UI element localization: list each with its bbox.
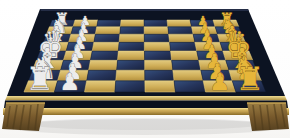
square xyxy=(145,81,176,92)
chess-piece-black-p: ♟ xyxy=(210,68,231,96)
square xyxy=(144,42,170,51)
square xyxy=(90,51,118,60)
board-shadow-inner xyxy=(25,118,265,130)
chess-set-photo: ♜♟♟♜♞♟♟♞♝♟♟♝♛♟♟♛♚♟♟♚♝♟♟♝♞♟♟♞♜♟♟♜ xyxy=(0,0,290,138)
chess-board: ♜♟♟♜♞♟♟♞♝♟♟♝♛♟♟♛♚♟♟♚♝♟♟♝♞♟♟♞♜♟♟♜ xyxy=(0,0,290,138)
square xyxy=(85,81,116,92)
chess-piece-black-r: ♜ xyxy=(236,61,264,97)
square xyxy=(119,34,144,42)
trim-highlight xyxy=(3,108,289,109)
chess-piece-white-r: ♜ xyxy=(26,61,54,97)
square xyxy=(174,81,206,92)
square xyxy=(97,20,121,27)
square xyxy=(169,34,195,42)
square xyxy=(116,70,145,81)
square xyxy=(171,51,199,60)
square xyxy=(144,34,169,42)
square xyxy=(144,51,171,60)
square xyxy=(115,81,145,92)
square xyxy=(120,20,144,27)
frame-far-highlight xyxy=(40,9,249,11)
square xyxy=(117,60,145,70)
left-corner-foot xyxy=(2,103,45,131)
square xyxy=(118,42,144,51)
square xyxy=(144,20,168,27)
square xyxy=(95,27,120,34)
square xyxy=(170,42,197,51)
square xyxy=(168,27,193,34)
square xyxy=(87,70,117,81)
square xyxy=(89,60,118,70)
square xyxy=(145,70,174,81)
square xyxy=(144,27,169,34)
square xyxy=(173,70,203,81)
square xyxy=(118,51,145,60)
square xyxy=(167,20,192,27)
square xyxy=(92,42,119,51)
chess-piece-white-p: ♟ xyxy=(59,68,80,96)
square xyxy=(120,27,144,34)
square xyxy=(94,34,120,42)
square xyxy=(145,60,173,70)
square xyxy=(172,60,201,70)
board-side-face xyxy=(4,101,288,109)
right-corner-foot xyxy=(247,103,289,131)
